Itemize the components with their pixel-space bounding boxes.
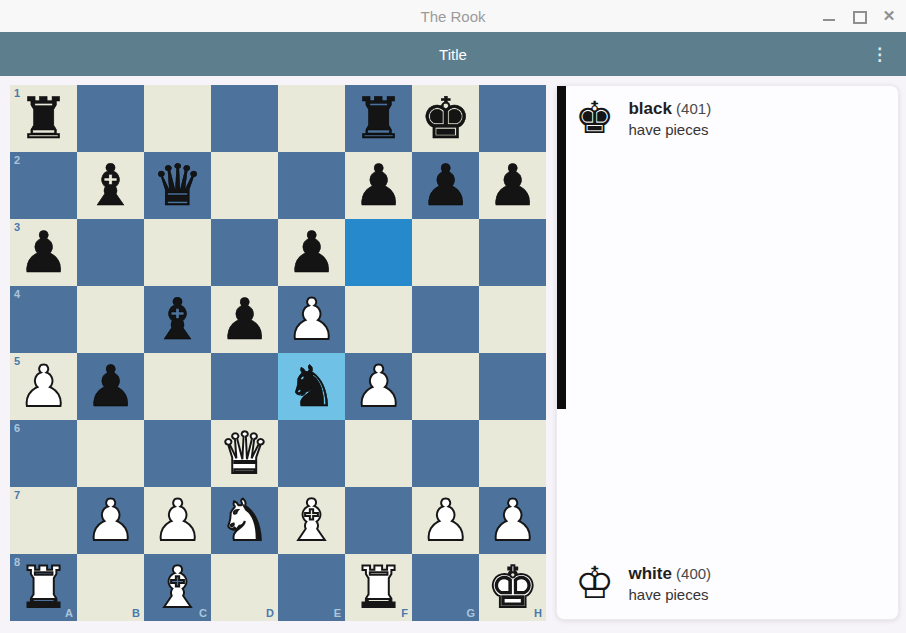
piece-white-pawn: ♟ <box>85 487 136 554</box>
square-C6[interactable] <box>144 420 211 487</box>
square-C1[interactable] <box>144 85 211 152</box>
piece-black-king: ♚ <box>420 85 471 152</box>
square-F2[interactable]: ♟ <box>345 152 412 219</box>
player-white-name: white <box>628 564 671 583</box>
square-D3[interactable] <box>211 219 278 286</box>
square-B6[interactable] <box>77 420 144 487</box>
chess-board: ♜1♜♚2♝♛♟♟♟♟3♟4♝♟♟♟5♟♞♟6♛7♟♟♞♝♟♟♜8AB♝CDE♜… <box>10 85 546 621</box>
players-panel: ♚ black (401) have pieces ♔ white (400) … <box>556 85 899 620</box>
player-black-rating: (401) <box>676 100 711 117</box>
square-D1[interactable] <box>211 85 278 152</box>
rank-label-5: 5 <box>14 355 20 367</box>
square-C7[interactable]: ♟ <box>144 487 211 554</box>
player-black-row: ♚ black (401) have pieces <box>575 94 711 142</box>
file-label-D: D <box>266 607 274 619</box>
piece-white-pawn: ♟ <box>286 286 337 353</box>
square-D7[interactable]: ♞ <box>211 487 278 554</box>
square-B8[interactable]: B <box>77 554 144 621</box>
square-D5[interactable] <box>211 353 278 420</box>
rank-label-3: 3 <box>14 221 20 233</box>
square-B5[interactable]: ♟ <box>77 353 144 420</box>
piece-black-bishop: ♝ <box>152 286 203 353</box>
square-E2[interactable] <box>278 152 345 219</box>
vertical-ellipsis-icon[interactable]: ⋮ <box>871 32 888 76</box>
square-A4[interactable]: 4 <box>10 286 77 353</box>
piece-white-pawn: ♟ <box>487 487 538 554</box>
player-white-info: white (400) have pieces <box>628 564 711 603</box>
player-black-name: black <box>628 99 671 118</box>
square-B7[interactable]: ♟ <box>77 487 144 554</box>
square-C3[interactable] <box>144 219 211 286</box>
square-H6[interactable] <box>479 420 546 487</box>
square-D8[interactable]: D <box>211 554 278 621</box>
piece-white-queen: ♛ <box>219 420 270 487</box>
file-label-E: E <box>334 607 341 619</box>
rank-label-6: 6 <box>14 422 20 434</box>
square-C8[interactable]: ♝C <box>144 554 211 621</box>
square-C5[interactable] <box>144 353 211 420</box>
piece-white-pawn: ♟ <box>420 487 471 554</box>
black-king-icon: ♚ <box>575 94 614 142</box>
piece-white-rook: ♜ <box>18 554 69 621</box>
maximize-icon[interactable] <box>852 9 866 23</box>
rank-label-7: 7 <box>14 489 20 501</box>
piece-black-rook: ♜ <box>18 85 69 152</box>
square-A5[interactable]: ♟5 <box>10 353 77 420</box>
square-A7[interactable]: 7 <box>10 487 77 554</box>
piece-white-rook: ♜ <box>353 554 404 621</box>
os-titlebar: The Rook ✕ <box>0 0 906 32</box>
player-black-info: black (401) have pieces <box>628 99 711 138</box>
piece-white-king: ♚ <box>487 554 538 621</box>
square-F3[interactable] <box>345 219 412 286</box>
piece-white-knight: ♞ <box>219 487 270 554</box>
square-G8[interactable]: G <box>412 554 479 621</box>
square-A6[interactable]: 6 <box>10 420 77 487</box>
minimize-icon[interactable] <box>822 9 836 23</box>
piece-black-pawn: ♟ <box>353 152 404 219</box>
square-B2[interactable]: ♝ <box>77 152 144 219</box>
piece-black-knight: ♞ <box>286 353 337 420</box>
piece-black-pawn: ♟ <box>487 152 538 219</box>
file-label-F: F <box>401 607 408 619</box>
piece-white-pawn: ♟ <box>152 487 203 554</box>
piece-black-pawn: ♟ <box>18 219 69 286</box>
square-E7[interactable]: ♝ <box>278 487 345 554</box>
square-G1[interactable]: ♚ <box>412 85 479 152</box>
square-H3[interactable] <box>479 219 546 286</box>
square-B4[interactable] <box>77 286 144 353</box>
piece-black-pawn: ♟ <box>286 219 337 286</box>
square-H5[interactable] <box>479 353 546 420</box>
rank-label-1: 1 <box>14 87 20 99</box>
square-D2[interactable] <box>211 152 278 219</box>
close-icon[interactable]: ✕ <box>882 9 896 23</box>
window-controls: ✕ <box>822 0 896 32</box>
file-label-B: B <box>132 607 140 619</box>
square-E1[interactable] <box>278 85 345 152</box>
square-F6[interactable] <box>345 420 412 487</box>
rank-label-2: 2 <box>14 154 20 166</box>
file-label-G: G <box>466 607 475 619</box>
player-white-status: have pieces <box>628 586 711 603</box>
piece-black-pawn: ♟ <box>420 152 471 219</box>
piece-white-pawn: ♟ <box>18 353 69 420</box>
square-E4[interactable]: ♟ <box>278 286 345 353</box>
square-H8[interactable]: ♚H <box>479 554 546 621</box>
square-B1[interactable] <box>77 85 144 152</box>
square-A1[interactable]: ♜1 <box>10 85 77 152</box>
scrollbar-thumb[interactable] <box>557 86 566 409</box>
square-G4[interactable] <box>412 286 479 353</box>
file-label-A: A <box>65 607 73 619</box>
piece-black-queen: ♛ <box>152 152 203 219</box>
rank-label-4: 4 <box>14 288 20 300</box>
square-E5[interactable]: ♞ <box>278 353 345 420</box>
square-A3[interactable]: ♟3 <box>10 219 77 286</box>
square-D4[interactable]: ♟ <box>211 286 278 353</box>
square-F4[interactable] <box>345 286 412 353</box>
square-F8[interactable]: ♜F <box>345 554 412 621</box>
square-E8[interactable]: E <box>278 554 345 621</box>
square-G2[interactable]: ♟ <box>412 152 479 219</box>
square-E3[interactable]: ♟ <box>278 219 345 286</box>
square-F5[interactable]: ♟ <box>345 353 412 420</box>
file-label-C: C <box>199 607 207 619</box>
square-F7[interactable] <box>345 487 412 554</box>
square-A2[interactable]: 2 <box>10 152 77 219</box>
square-C2[interactable]: ♛ <box>144 152 211 219</box>
piece-black-pawn: ♟ <box>219 286 270 353</box>
rank-label-8: 8 <box>14 556 20 568</box>
piece-white-pawn: ♟ <box>353 353 404 420</box>
square-G5[interactable] <box>412 353 479 420</box>
square-H2[interactable]: ♟ <box>479 152 546 219</box>
piece-black-rook: ♜ <box>353 85 404 152</box>
piece-black-bishop: ♝ <box>85 152 136 219</box>
player-black-status: have pieces <box>628 121 711 138</box>
file-label-H: H <box>534 607 542 619</box>
square-G3[interactable] <box>412 219 479 286</box>
player-white-rating: (400) <box>676 565 711 582</box>
square-H4[interactable] <box>479 286 546 353</box>
square-G6[interactable] <box>412 420 479 487</box>
square-F1[interactable]: ♜ <box>345 85 412 152</box>
piece-white-bishop: ♝ <box>152 554 203 621</box>
square-A8[interactable]: ♜8A <box>10 554 77 621</box>
square-E6[interactable] <box>278 420 345 487</box>
square-G7[interactable]: ♟ <box>412 487 479 554</box>
square-H7[interactable]: ♟ <box>479 487 546 554</box>
app-header: Title ⋮ <box>0 32 906 76</box>
window-title: The Rook <box>420 8 485 25</box>
square-D6[interactable]: ♛ <box>211 420 278 487</box>
piece-black-pawn: ♟ <box>85 353 136 420</box>
white-king-icon: ♔ <box>575 559 614 607</box>
piece-white-bishop: ♝ <box>286 487 337 554</box>
app-window: { "window": { "title": "The Rook", "cont… <box>0 0 906 633</box>
page-title: Title <box>439 46 467 63</box>
square-C4[interactable]: ♝ <box>144 286 211 353</box>
square-H1[interactable] <box>479 85 546 152</box>
square-B3[interactable] <box>77 219 144 286</box>
player-white-row: ♔ white (400) have pieces <box>575 559 711 607</box>
